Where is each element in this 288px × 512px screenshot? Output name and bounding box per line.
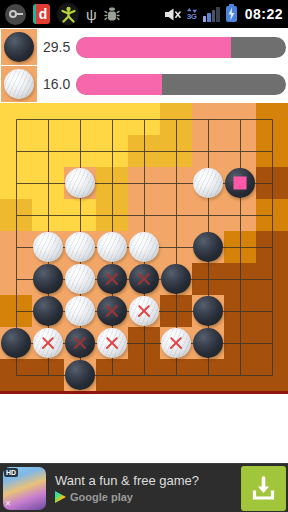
go-board[interactable] [0,103,288,391]
territory-cell[interactable] [64,135,96,167]
territory-cell[interactable] [256,231,288,263]
power-plug-icon [5,4,26,25]
white-stone[interactable] [193,168,223,198]
territory-cell[interactable] [64,199,96,231]
white-stone[interactable] [65,264,95,294]
mute-speaker-icon [165,8,181,21]
territory-cell[interactable] [32,103,64,135]
runner-app-icon [57,3,79,25]
black-stone[interactable] [129,264,159,294]
white-stone[interactable] [129,296,159,326]
play-store-icon [55,491,66,503]
white-stone[interactable] [129,232,159,262]
signal-bars-icon [203,6,220,22]
territory-cell[interactable] [192,103,224,135]
white-score-bar-fill [76,74,162,95]
white-player-thumb [1,66,37,102]
territory-cell[interactable] [96,103,128,135]
territory-cell[interactable] [0,199,32,231]
black-stone[interactable] [65,360,95,390]
google-play-label: Google play [70,491,133,503]
white-score-row: 16.0 [0,66,288,102]
territory-cell[interactable] [224,103,256,135]
territory-cell[interactable] [256,167,288,199]
territory-cell[interactable] [32,359,64,391]
territory-cell[interactable] [256,327,288,359]
territory-cell[interactable] [160,199,192,231]
territory-cell[interactable] [224,359,256,391]
hd-badge: HD [4,468,18,477]
territory-cell[interactable] [256,263,288,295]
white-stone[interactable] [33,328,63,358]
territory-cell[interactable] [160,359,192,391]
territory-cell[interactable] [32,135,64,167]
black-player-thumb [1,29,37,65]
white-stone[interactable] [161,328,191,358]
black-stone[interactable] [33,264,63,294]
black-stone[interactable] [97,296,127,326]
territory-cell[interactable] [224,199,256,231]
white-stone[interactable] [65,232,95,262]
black-score-row: 29.5 [0,29,288,65]
status-icons-right: 3G 08:22 [165,6,283,22]
territory-cell[interactable] [0,231,32,263]
white-score: 16.0 [43,76,74,92]
territory-cell[interactable] [192,135,224,167]
network-3g-label: 3G [187,13,197,21]
territory-cell[interactable] [96,359,128,391]
territory-cell[interactable] [256,295,288,327]
status-icons-left: d ψ [5,3,120,25]
territory-cell[interactable] [96,199,128,231]
black-stone-icon [4,32,34,62]
territory-cell[interactable] [256,199,288,231]
dead-mark-x [104,271,120,287]
install-button[interactable] [241,466,286,511]
territory-cell[interactable] [160,103,192,135]
territory-cell[interactable] [128,167,160,199]
black-stone[interactable] [225,168,255,198]
white-stone[interactable] [97,232,127,262]
territory-cell[interactable] [224,295,256,327]
territory-cell[interactable] [224,327,256,359]
download-icon [250,475,277,502]
dead-mark-x [40,335,56,351]
white-stone[interactable] [33,232,63,262]
black-stone[interactable] [193,296,223,326]
black-stone[interactable] [1,328,31,358]
territory-cell[interactable] [96,167,128,199]
score-panel: 29.5 16.0 [0,28,288,103]
black-stone[interactable] [193,328,223,358]
territory-cell[interactable] [0,263,32,295]
black-stone[interactable] [161,264,191,294]
black-score-bar-fill [76,37,231,58]
android-bug-icon [104,7,120,21]
black-score: 29.5 [43,39,74,55]
white-stone[interactable] [65,168,95,198]
territory-cell[interactable] [64,103,96,135]
ad-app-icon[interactable]: HD × [3,467,46,510]
white-score-bar [76,74,286,95]
territory-cell[interactable] [96,135,128,167]
ad-texts: Want a fun & free game? Google play [46,473,241,503]
territory-cell[interactable] [32,167,64,199]
territory-cell[interactable] [192,199,224,231]
black-stone[interactable] [193,232,223,262]
dead-mark-x [104,335,120,351]
black-stone[interactable] [97,264,127,294]
territory-cell[interactable] [128,135,160,167]
last-move-marker [234,177,247,190]
status-time: 08:22 [245,6,283,22]
white-stone-icon [4,69,34,99]
dead-mark-x [104,303,120,319]
territory-cell[interactable] [192,359,224,391]
ad-close-icon[interactable]: × [5,499,11,509]
ad-headline[interactable]: Want a fun & free game? [55,473,241,488]
territory-cell[interactable] [160,295,192,327]
territory-cell[interactable] [0,135,32,167]
dead-mark-x [136,271,152,287]
usb-icon: ψ [86,7,97,22]
territory-cell[interactable] [160,231,192,263]
white-stone[interactable] [65,296,95,326]
territory-cell[interactable] [256,359,288,391]
status-bar: d ψ [0,0,288,28]
network-3g-icon: 3G [187,8,197,21]
dead-mark-x [168,335,184,351]
territory-cell[interactable] [256,135,288,167]
dead-mark-x [136,303,152,319]
territory-cell[interactable] [128,103,160,135]
territory-cell[interactable] [224,263,256,295]
territory-cell[interactable] [256,103,288,135]
ad-banner[interactable]: HD × Want a fun & free game? Google play [0,463,288,512]
territory-cell[interactable] [0,167,32,199]
territory-cell[interactable] [128,199,160,231]
white-stone[interactable] [97,328,127,358]
dead-mark-x [72,335,88,351]
background-gap [0,394,288,463]
territory-cell[interactable] [0,103,32,135]
battery-icon [226,6,237,22]
black-score-bar [76,37,286,58]
d-app-icon: d [33,4,50,24]
territory-cell[interactable] [224,231,256,263]
territory-cell[interactable] [160,135,192,167]
territory-cell[interactable] [0,295,32,327]
territory-cell[interactable] [192,263,224,295]
territory-cell[interactable] [160,167,192,199]
territory-cell[interactable] [32,199,64,231]
black-stone[interactable] [65,328,95,358]
black-stone[interactable] [33,296,63,326]
territory-cell[interactable] [224,135,256,167]
territory-cell[interactable] [0,359,32,391]
territory-cell[interactable] [128,327,160,359]
google-play-row: Google play [55,491,241,503]
territory-cell[interactable] [128,359,160,391]
